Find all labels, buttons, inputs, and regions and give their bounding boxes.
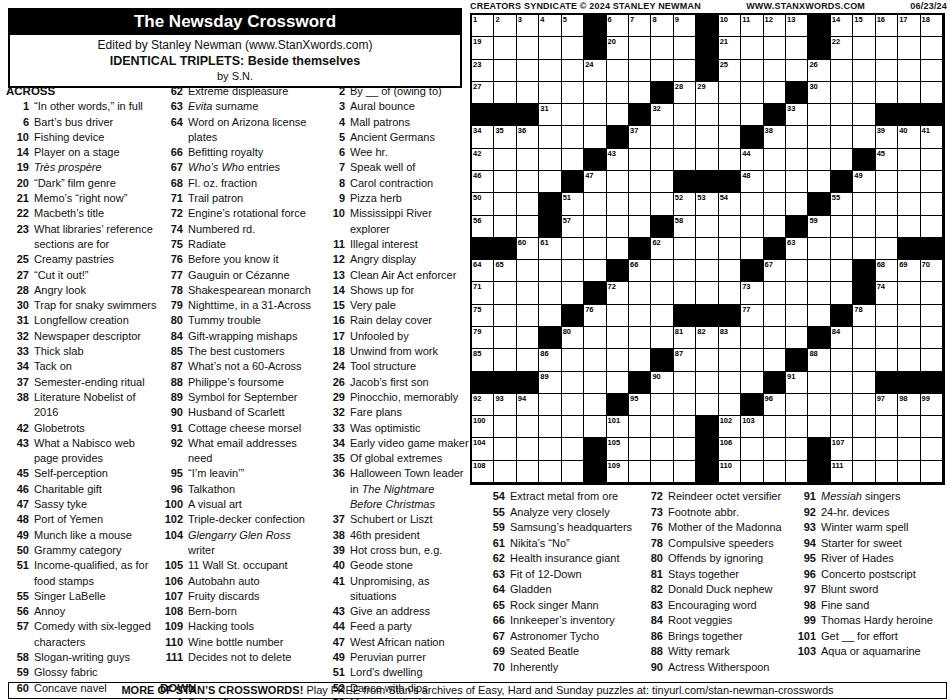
cell-r12c3[interactable]	[517, 260, 539, 282]
cell-r2c8[interactable]	[629, 37, 651, 59]
cell-r6c15[interactable]	[786, 126, 808, 148]
cell-r3c2[interactable]	[494, 60, 516, 82]
cell-r6c12[interactable]	[719, 126, 741, 148]
cell-r8c3[interactable]	[517, 171, 539, 193]
cell-r14c19[interactable]	[876, 305, 898, 327]
cell-r10c8[interactable]	[629, 216, 651, 238]
cell-r17c17[interactable]	[831, 372, 853, 394]
cell-r18c11[interactable]	[696, 394, 718, 416]
cell-r6c6[interactable]	[584, 126, 606, 148]
cell-r13c20[interactable]	[898, 282, 920, 304]
cell-r5c17[interactable]	[831, 104, 853, 126]
cell-r9c6[interactable]	[584, 193, 606, 215]
cell-r8c4[interactable]	[539, 171, 561, 193]
cell-r15c1[interactable]: 79	[472, 327, 494, 349]
cell-r3c12[interactable]: 25	[719, 60, 741, 82]
cell-r13c3[interactable]	[517, 282, 539, 304]
cell-r10c1[interactable]: 56	[472, 216, 494, 238]
cell-r10c14[interactable]	[764, 216, 786, 238]
cell-r19c9[interactable]	[651, 416, 673, 438]
cell-r18c20[interactable]: 98	[898, 394, 920, 416]
cell-r16c3[interactable]	[517, 349, 539, 371]
cell-r16c12[interactable]	[719, 349, 741, 371]
cell-r15c9[interactable]	[651, 327, 673, 349]
cell-r9c19[interactable]	[876, 193, 898, 215]
cell-r12c12[interactable]	[719, 260, 741, 282]
cell-r18c6[interactable]	[584, 394, 606, 416]
cell-r7c5[interactable]	[562, 149, 584, 171]
cell-r14c1[interactable]: 75	[472, 305, 494, 327]
cell-r8c2[interactable]	[494, 171, 516, 193]
cell-r7c15[interactable]	[786, 149, 808, 171]
cell-r10c10[interactable]: 58	[674, 216, 696, 238]
cell-r21c12[interactable]: 110	[719, 461, 741, 483]
cell-r10c13[interactable]	[741, 216, 763, 238]
cell-r7c10[interactable]	[674, 149, 696, 171]
cell-r15c15[interactable]	[786, 327, 808, 349]
cell-r3c14[interactable]	[764, 60, 786, 82]
cell-r13c4[interactable]	[539, 282, 561, 304]
cell-r8c21[interactable]	[921, 171, 943, 193]
cell-r19c13[interactable]: 103	[741, 416, 763, 438]
cell-r5c13[interactable]	[741, 104, 763, 126]
cell-r1c4[interactable]: 4	[539, 15, 561, 37]
cell-r21c15[interactable]	[786, 461, 808, 483]
cell-r21c21[interactable]	[921, 461, 943, 483]
cell-r5c10[interactable]	[674, 104, 696, 126]
cell-r20c12[interactable]: 106	[719, 438, 741, 460]
cell-r14c14[interactable]	[764, 305, 786, 327]
cell-r13c11[interactable]	[696, 282, 718, 304]
cell-r6c21[interactable]: 41	[921, 126, 943, 148]
cell-r15c5[interactable]: 80	[562, 327, 584, 349]
cell-r20c20[interactable]	[898, 438, 920, 460]
cell-r11c19[interactable]	[876, 238, 898, 260]
cell-r7c1[interactable]: 42	[472, 149, 494, 171]
cell-r21c13[interactable]	[741, 461, 763, 483]
cell-r10c18[interactable]	[853, 216, 875, 238]
cell-r15c20[interactable]	[898, 327, 920, 349]
cell-r3c1[interactable]: 23	[472, 60, 494, 82]
cell-r21c5[interactable]	[562, 461, 584, 483]
cell-r9c8[interactable]	[629, 193, 651, 215]
cell-r16c7[interactable]	[607, 349, 629, 371]
cell-r14c13[interactable]: 77	[741, 305, 763, 327]
cell-r9c12[interactable]: 54	[719, 193, 741, 215]
cell-r9c2[interactable]	[494, 193, 516, 215]
cell-r14c16[interactable]	[808, 305, 830, 327]
cell-r14c4[interactable]	[539, 305, 561, 327]
cell-r11c13[interactable]	[741, 238, 763, 260]
cell-r8c20[interactable]	[898, 171, 920, 193]
cell-r16c18[interactable]	[853, 349, 875, 371]
cell-r15c10[interactable]: 81	[674, 327, 696, 349]
cell-r9c13[interactable]	[741, 193, 763, 215]
cell-r9c1[interactable]: 50	[472, 193, 494, 215]
cell-r16c20[interactable]	[898, 349, 920, 371]
cell-r20c5[interactable]	[562, 438, 584, 460]
cell-r15c18[interactable]	[853, 327, 875, 349]
cell-r21c1[interactable]: 108	[472, 461, 494, 483]
cell-r4c6[interactable]	[584, 82, 606, 104]
cell-r17c5[interactable]	[562, 372, 584, 394]
cell-r3c18[interactable]	[853, 60, 875, 82]
cell-r10c19[interactable]	[876, 216, 898, 238]
cell-r2c12[interactable]: 21	[719, 37, 741, 59]
cell-r13c1[interactable]: 71	[472, 282, 494, 304]
cell-r11c18[interactable]	[853, 238, 875, 260]
cell-r1c19[interactable]: 16	[876, 15, 898, 37]
cell-r1c17[interactable]: 14	[831, 15, 853, 37]
cell-r21c4[interactable]	[539, 461, 561, 483]
cell-r18c4[interactable]	[539, 394, 561, 416]
cell-r21c9[interactable]	[651, 461, 673, 483]
cell-r5c15[interactable]: 33	[786, 104, 808, 126]
cell-r4c21[interactable]	[921, 82, 943, 104]
cell-r2c14[interactable]	[764, 37, 786, 59]
cell-r21c20[interactable]	[898, 461, 920, 483]
cell-r7c8[interactable]	[629, 149, 651, 171]
cell-r19c7[interactable]: 101	[607, 416, 629, 438]
cell-r1c10[interactable]: 9	[674, 15, 696, 37]
cell-r8c6[interactable]: 47	[584, 171, 606, 193]
cell-r12c17[interactable]	[831, 260, 853, 282]
cell-r2c21[interactable]	[921, 37, 943, 59]
cell-r17c4[interactable]: 89	[539, 372, 561, 394]
cell-r1c7[interactable]: 6	[607, 15, 629, 37]
cell-r14c8[interactable]	[629, 305, 651, 327]
cell-r1c8[interactable]: 7	[629, 15, 651, 37]
cell-r20c19[interactable]	[876, 438, 898, 460]
cell-r15c13[interactable]	[741, 327, 763, 349]
cell-r4c8[interactable]	[629, 82, 651, 104]
cell-r9c14[interactable]	[764, 193, 786, 215]
cell-r11c15[interactable]: 63	[786, 238, 808, 260]
cell-r13c16[interactable]	[808, 282, 830, 304]
cell-r20c7[interactable]: 105	[607, 438, 629, 460]
cell-r18c2[interactable]: 93	[494, 394, 516, 416]
cell-r17c13[interactable]	[741, 372, 763, 394]
cell-r20c21[interactable]	[921, 438, 943, 460]
cell-r18c16[interactable]	[808, 394, 830, 416]
cell-r14c7[interactable]	[607, 305, 629, 327]
cell-r12c21[interactable]: 70	[921, 260, 943, 282]
cell-r13c2[interactable]	[494, 282, 516, 304]
cell-r1c3[interactable]: 3	[517, 15, 539, 37]
cell-r16c11[interactable]	[696, 349, 718, 371]
cell-r12c4[interactable]	[539, 260, 561, 282]
cell-r7c13[interactable]: 44	[741, 149, 763, 171]
cell-r13c12[interactable]	[719, 282, 741, 304]
cell-r2c17[interactable]: 22	[831, 37, 853, 59]
cell-r11c6[interactable]	[584, 238, 606, 260]
cell-r10c17[interactable]	[831, 216, 853, 238]
cell-r15c21[interactable]	[921, 327, 943, 349]
cell-r4c18[interactable]	[853, 82, 875, 104]
crossword-grid[interactable]: 1234567891011121314151617181920212223242…	[470, 13, 945, 485]
cell-r2c10[interactable]	[674, 37, 696, 59]
cell-r2c13[interactable]	[741, 37, 763, 59]
cell-r10c2[interactable]	[494, 216, 516, 238]
cell-r17c18[interactable]	[853, 372, 875, 394]
cell-r4c12[interactable]	[719, 82, 741, 104]
cell-r6c16[interactable]	[808, 126, 830, 148]
cell-r2c19[interactable]	[876, 37, 898, 59]
cell-r21c14[interactable]	[764, 461, 786, 483]
cell-r14c20[interactable]	[898, 305, 920, 327]
cell-r3c5[interactable]	[562, 60, 584, 82]
cell-r5c5[interactable]	[562, 104, 584, 126]
cell-r19c14[interactable]	[764, 416, 786, 438]
cell-r1c14[interactable]: 12	[764, 15, 786, 37]
cell-r15c11[interactable]: 82	[696, 327, 718, 349]
cell-r16c1[interactable]: 85	[472, 349, 494, 371]
cell-r12c1[interactable]: 64	[472, 260, 494, 282]
cell-r5c16[interactable]	[808, 104, 830, 126]
cell-r20c17[interactable]: 107	[831, 438, 853, 460]
cell-r1c9[interactable]: 8	[651, 15, 673, 37]
cell-r4c7[interactable]	[607, 82, 629, 104]
cell-r2c2[interactable]	[494, 37, 516, 59]
cell-r19c17[interactable]	[831, 416, 853, 438]
cell-r11c16[interactable]	[808, 238, 830, 260]
cell-r9c5[interactable]: 51	[562, 193, 584, 215]
cell-r12c10[interactable]	[674, 260, 696, 282]
cell-r16c19[interactable]	[876, 349, 898, 371]
cell-r14c21[interactable]	[921, 305, 943, 327]
cell-r3c9[interactable]	[651, 60, 673, 82]
cell-r3c7[interactable]	[607, 60, 629, 82]
cell-r12c19[interactable]: 68	[876, 260, 898, 282]
cell-r17c16[interactable]	[808, 372, 830, 394]
cell-r2c1[interactable]: 19	[472, 37, 494, 59]
cell-r6c17[interactable]	[831, 126, 853, 148]
cell-r5c12[interactable]	[719, 104, 741, 126]
cell-r21c10[interactable]	[674, 461, 696, 483]
cell-r21c19[interactable]	[876, 461, 898, 483]
cell-r19c3[interactable]	[517, 416, 539, 438]
cell-r12c6[interactable]	[584, 260, 606, 282]
cell-r18c19[interactable]: 97	[876, 394, 898, 416]
cell-r10c11[interactable]	[696, 216, 718, 238]
cell-r1c12[interactable]: 10	[719, 15, 741, 37]
cell-r20c18[interactable]	[853, 438, 875, 460]
cell-r8c14[interactable]	[764, 171, 786, 193]
cell-r12c11[interactable]	[696, 260, 718, 282]
cell-r4c4[interactable]	[539, 82, 561, 104]
cell-r13c17[interactable]	[831, 282, 853, 304]
cell-r19c16[interactable]	[808, 416, 830, 438]
cell-r21c18[interactable]	[853, 461, 875, 483]
cell-r9c18[interactable]	[853, 193, 875, 215]
cell-r7c9[interactable]	[651, 149, 673, 171]
cell-r8c16[interactable]	[808, 171, 830, 193]
cell-r4c17[interactable]	[831, 82, 853, 104]
cell-r13c10[interactable]	[674, 282, 696, 304]
cell-r11c9[interactable]: 62	[651, 238, 673, 260]
cell-r9c11[interactable]: 53	[696, 193, 718, 215]
cell-r8c15[interactable]	[786, 171, 808, 193]
cell-r17c12[interactable]	[719, 372, 741, 394]
cell-r15c2[interactable]	[494, 327, 516, 349]
cell-r17c7[interactable]	[607, 372, 629, 394]
cell-r20c4[interactable]	[539, 438, 561, 460]
cell-r19c21[interactable]	[921, 416, 943, 438]
cell-r7c4[interactable]	[539, 149, 561, 171]
cell-r8c8[interactable]	[629, 171, 651, 193]
cell-r19c5[interactable]	[562, 416, 584, 438]
cell-r19c18[interactable]	[853, 416, 875, 438]
cell-r4c11[interactable]: 29	[696, 82, 718, 104]
cell-r18c10[interactable]	[674, 394, 696, 416]
cell-r7c12[interactable]	[719, 149, 741, 171]
cell-r4c2[interactable]	[494, 82, 516, 104]
cell-r8c18[interactable]: 49	[853, 171, 875, 193]
cell-r18c21[interactable]: 99	[921, 394, 943, 416]
cell-r2c18[interactable]	[853, 37, 875, 59]
cell-r10c5[interactable]: 57	[562, 216, 584, 238]
cell-r15c8[interactable]	[629, 327, 651, 349]
cell-r14c9[interactable]	[651, 305, 673, 327]
cell-r4c1[interactable]: 27	[472, 82, 494, 104]
cell-r12c14[interactable]: 67	[764, 260, 786, 282]
cell-r16c5[interactable]	[562, 349, 584, 371]
cell-r11c11[interactable]	[696, 238, 718, 260]
cell-r18c14[interactable]: 96	[764, 394, 786, 416]
cell-r9c3[interactable]	[517, 193, 539, 215]
cell-r16c8[interactable]	[629, 349, 651, 371]
cell-r6c9[interactable]	[651, 126, 673, 148]
cell-r15c14[interactable]	[764, 327, 786, 349]
cell-r16c4[interactable]: 86	[539, 349, 561, 371]
cell-r8c9[interactable]	[651, 171, 673, 193]
cell-r13c19[interactable]: 74	[876, 282, 898, 304]
cell-r12c2[interactable]: 65	[494, 260, 516, 282]
cell-r10c12[interactable]	[719, 216, 741, 238]
cell-r8c1[interactable]: 46	[472, 171, 494, 193]
cell-r9c7[interactable]	[607, 193, 629, 215]
cell-r13c5[interactable]	[562, 282, 584, 304]
cell-r14c18[interactable]: 78	[853, 305, 875, 327]
cell-r15c17[interactable]: 84	[831, 327, 853, 349]
cell-r16c16[interactable]: 88	[808, 349, 830, 371]
cell-r7c21[interactable]	[921, 149, 943, 171]
cell-r6c1[interactable]: 34	[472, 126, 494, 148]
cell-r4c5[interactable]	[562, 82, 584, 104]
cell-r19c4[interactable]	[539, 416, 561, 438]
cell-r2c5[interactable]	[562, 37, 584, 59]
cell-r18c17[interactable]	[831, 394, 853, 416]
cell-r13c13[interactable]: 73	[741, 282, 763, 304]
cell-r20c1[interactable]: 104	[472, 438, 494, 460]
cell-r16c6[interactable]	[584, 349, 606, 371]
cell-r3c20[interactable]	[898, 60, 920, 82]
cell-r18c12[interactable]	[719, 394, 741, 416]
cell-r10c20[interactable]	[898, 216, 920, 238]
cell-r12c20[interactable]: 69	[898, 260, 920, 282]
cell-r4c14[interactable]	[764, 82, 786, 104]
cell-r12c5[interactable]	[562, 260, 584, 282]
cell-r4c10[interactable]: 28	[674, 82, 696, 104]
cell-r20c3[interactable]	[517, 438, 539, 460]
cell-r1c5[interactable]: 5	[562, 15, 584, 37]
cell-r7c7[interactable]: 43	[607, 149, 629, 171]
cell-r18c15[interactable]	[786, 394, 808, 416]
cell-r10c3[interactable]	[517, 216, 539, 238]
cell-r6c4[interactable]	[539, 126, 561, 148]
cell-r10c21[interactable]	[921, 216, 943, 238]
cell-r3c19[interactable]	[876, 60, 898, 82]
cell-r17c6[interactable]	[584, 372, 606, 394]
cell-r9c20[interactable]	[898, 193, 920, 215]
cell-r6c19[interactable]: 39	[876, 126, 898, 148]
cell-r7c3[interactable]	[517, 149, 539, 171]
cell-r5c6[interactable]	[584, 104, 606, 126]
cell-r16c10[interactable]: 87	[674, 349, 696, 371]
cell-r5c4[interactable]: 31	[539, 104, 561, 126]
cell-r3c15[interactable]	[786, 60, 808, 82]
cell-r7c20[interactable]	[898, 149, 920, 171]
cell-r17c9[interactable]: 90	[651, 372, 673, 394]
cell-r13c21[interactable]	[921, 282, 943, 304]
cell-r16c21[interactable]	[921, 349, 943, 371]
cell-r18c18[interactable]	[853, 394, 875, 416]
cell-r19c20[interactable]	[898, 416, 920, 438]
cell-r12c16[interactable]	[808, 260, 830, 282]
cell-r21c3[interactable]	[517, 461, 539, 483]
cell-r9c17[interactable]: 55	[831, 193, 853, 215]
cell-r11c4[interactable]: 61	[539, 238, 561, 260]
cell-r7c11[interactable]	[696, 149, 718, 171]
cell-r1c2[interactable]: 2	[494, 15, 516, 37]
cell-r1c15[interactable]: 13	[786, 15, 808, 37]
cell-r7c2[interactable]	[494, 149, 516, 171]
cell-r6c2[interactable]: 35	[494, 126, 516, 148]
cell-r10c6[interactable]	[584, 216, 606, 238]
cell-r9c21[interactable]	[921, 193, 943, 215]
cell-r15c6[interactable]	[584, 327, 606, 349]
cell-r1c20[interactable]: 17	[898, 15, 920, 37]
cell-r19c6[interactable]	[584, 416, 606, 438]
cell-r17c15[interactable]: 91	[786, 372, 808, 394]
cell-r20c8[interactable]	[629, 438, 651, 460]
cell-r2c20[interactable]	[898, 37, 920, 59]
cell-r11c12[interactable]	[719, 238, 741, 260]
cell-r14c2[interactable]	[494, 305, 516, 327]
cell-r20c2[interactable]	[494, 438, 516, 460]
cell-r16c2[interactable]	[494, 349, 516, 371]
cell-r15c7[interactable]	[607, 327, 629, 349]
cell-r14c6[interactable]: 76	[584, 305, 606, 327]
cell-r1c1[interactable]: 1	[472, 15, 494, 37]
cell-r2c15[interactable]	[786, 37, 808, 59]
cell-r20c15[interactable]	[786, 438, 808, 460]
cell-r10c16[interactable]: 59	[808, 216, 830, 238]
cell-r9c9[interactable]	[651, 193, 673, 215]
cell-r4c3[interactable]	[517, 82, 539, 104]
cell-r4c19[interactable]	[876, 82, 898, 104]
cell-r13c15[interactable]	[786, 282, 808, 304]
cell-r15c3[interactable]	[517, 327, 539, 349]
cell-r19c1[interactable]: 100	[472, 416, 494, 438]
cell-r3c17[interactable]	[831, 60, 853, 82]
cell-r21c7[interactable]: 109	[607, 461, 629, 483]
cell-r8c19[interactable]	[876, 171, 898, 193]
cell-r4c16[interactable]: 30	[808, 82, 830, 104]
cell-r21c8[interactable]	[629, 461, 651, 483]
cell-r3c21[interactable]	[921, 60, 943, 82]
cell-r13c14[interactable]	[764, 282, 786, 304]
